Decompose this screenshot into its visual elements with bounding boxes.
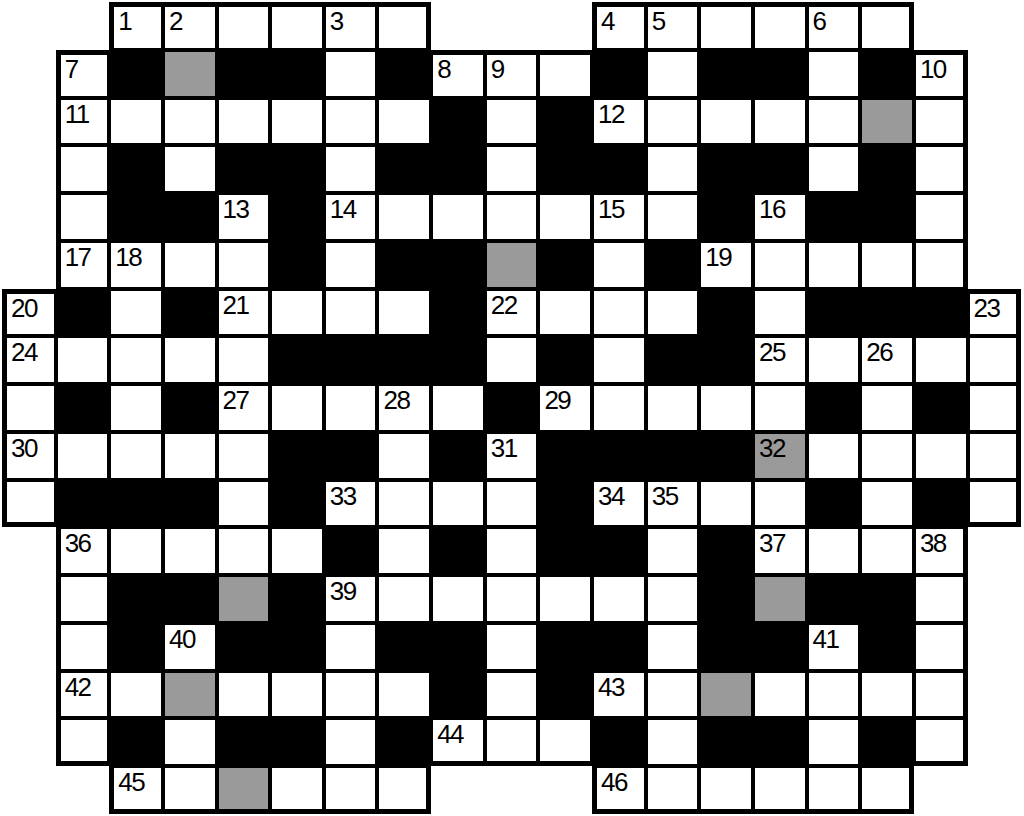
cell-r1c17[interactable]: 10 [914,50,968,98]
clue-number: 38 [920,530,946,557]
cell-r8c10[interactable]: 29 [538,384,592,432]
cell-r11c4[interactable] [217,527,271,575]
cell-r2c14[interactable] [753,98,807,146]
cell-r10c6[interactable]: 33 [324,480,378,528]
cell-r4c12[interactable] [646,193,700,241]
cell-r13c15[interactable]: 41 [807,623,861,671]
cell-r14c2[interactable] [109,671,163,719]
cell-r14c6[interactable] [324,671,378,719]
cell-r10c18[interactable] [968,480,1022,528]
cell-r6c10[interactable] [538,289,592,337]
cell-r12c6[interactable]: 39 [324,575,378,623]
clue-number: 26 [866,339,892,366]
cell-r8c5[interactable] [270,384,324,432]
cell-r8c7[interactable]: 28 [377,384,431,432]
cell-r2c7[interactable] [377,98,431,146]
cell-r2c2[interactable] [109,98,163,146]
cell-r13c12[interactable] [646,623,700,671]
clue-number: 40 [169,626,195,653]
cell-r7c3[interactable] [163,336,217,384]
cell-r8c14[interactable] [753,384,807,432]
cell-r7c18[interactable] [968,336,1022,384]
clue-number: 9 [491,56,504,83]
cell-r10c14[interactable] [753,480,807,528]
cell-r6c17-block [914,289,968,337]
cell-r0c5[interactable] [270,2,324,50]
cell-r2c9[interactable] [485,98,539,146]
cell-r1c11-block [592,50,646,98]
cell-r9c15[interactable] [807,432,861,480]
cell-r8c1-block [56,384,110,432]
cell-r9c8-block [431,432,485,480]
cell-r3c10-block [538,145,592,193]
cell-r16c2[interactable]: 45 [109,766,163,814]
cell-r15c3[interactable] [163,718,217,766]
clue-number: 29 [544,387,570,414]
cell-r2c16-shaded[interactable] [860,98,914,146]
cell-r10c16[interactable] [860,480,914,528]
cell-r11c11-block [592,527,646,575]
cell-r0c6[interactable]: 3 [324,2,378,50]
cell-r4c2-block [109,193,163,241]
cell-r13c1[interactable] [56,623,110,671]
cell-r9c18[interactable] [968,432,1022,480]
cell-r8c2[interactable] [109,384,163,432]
cell-r16c11[interactable]: 46 [592,766,646,814]
cell-r1c8[interactable]: 8 [431,50,485,98]
cell-r6c16-block [860,289,914,337]
cell-r4c16-block [860,193,914,241]
cell-r3c13-block [699,145,753,193]
cell-r9c4[interactable] [217,432,271,480]
crossword-board: 1234567891011121314151617181920212223242… [2,2,1021,814]
clue-number: 39 [330,578,356,605]
cell-r14c4[interactable] [217,671,271,719]
cell-r5c7-block [377,241,431,289]
cell-r3c2-block [109,145,163,193]
clue-number: 31 [491,435,517,462]
cell-r5c3[interactable] [163,241,217,289]
cell-r10c11[interactable]: 34 [592,480,646,528]
cell-r0c11[interactable]: 4 [592,2,646,50]
cell-r4c7[interactable] [377,193,431,241]
cell-r15c14-block [753,718,807,766]
cell-r7c0[interactable]: 24 [2,336,56,384]
cell-r12c15-block [807,575,861,623]
cell-r3c4-block [217,145,271,193]
cell-r3c5-block [270,145,324,193]
cell-r3c15[interactable] [807,145,861,193]
cell-r8c3-block [163,384,217,432]
cell-r7c16[interactable]: 26 [860,336,914,384]
cell-r5c12-block [646,241,700,289]
clue-number: 25 [759,339,785,366]
cell-r13c17[interactable] [914,623,968,671]
cell-r8c4[interactable]: 27 [217,384,271,432]
cell-r15c9[interactable] [485,718,539,766]
cell-r4c8[interactable] [431,193,485,241]
cell-r6c0[interactable]: 20 [2,289,56,337]
cell-r15c11-block [592,718,646,766]
cell-r2c5[interactable] [270,98,324,146]
cell-r16c3[interactable] [163,766,217,814]
cell-r1c9[interactable]: 9 [485,50,539,98]
cell-r14c15[interactable] [807,671,861,719]
cell-r11c16[interactable] [860,527,914,575]
cell-r9c12-block [646,432,700,480]
cell-r6c9[interactable]: 22 [485,289,539,337]
clue-number: 17 [65,244,91,271]
cell-r3c3[interactable] [163,145,217,193]
cell-r11c2[interactable] [109,527,163,575]
cell-r9c13-block [699,432,753,480]
cell-r7c9[interactable] [485,336,539,384]
cell-r1c10[interactable] [538,50,592,98]
cell-r5c5-block [270,241,324,289]
clue-number: 3 [330,8,343,35]
cell-r0c16[interactable] [860,2,914,50]
cell-r13c6[interactable] [324,623,378,671]
cell-r14c10-block [538,671,592,719]
cell-r6c4[interactable]: 21 [217,289,271,337]
cell-r6c5[interactable] [270,289,324,337]
cell-r11c7[interactable] [377,527,431,575]
cell-r15c6[interactable] [324,718,378,766]
cell-r14c9[interactable] [485,671,539,719]
cell-r5c16[interactable] [860,241,914,289]
cell-r14c1[interactable]: 42 [56,671,110,719]
cell-r13c14-block [753,623,807,671]
cell-r12c9[interactable] [485,575,539,623]
cell-r11c15[interactable] [807,527,861,575]
clue-number: 21 [223,292,249,319]
cell-r3c8-block [431,145,485,193]
clue-number: 41 [813,626,839,653]
cell-r7c6-block [324,336,378,384]
cell-r0c3[interactable]: 2 [163,2,217,50]
cell-r16c15[interactable] [807,766,861,814]
cell-r8c0[interactable] [2,384,56,432]
cell-r0c15[interactable]: 6 [807,2,861,50]
cell-r14c11[interactable]: 43 [592,671,646,719]
cell-r1c6[interactable] [324,50,378,98]
clue-number: 12 [598,101,624,128]
cell-r13c11-block [592,623,646,671]
clue-number: 2 [169,8,182,35]
cell-r10c10-block [538,480,592,528]
cell-r6c6[interactable] [324,289,378,337]
clue-number: 15 [598,196,624,223]
cell-r12c14-shaded[interactable] [753,575,807,623]
clue-number: 28 [383,387,409,414]
cell-r3c6[interactable] [324,145,378,193]
cell-r7c10-block [538,336,592,384]
cell-r0c2[interactable]: 1 [109,2,163,50]
cell-r16c6[interactable] [324,766,378,814]
cell-r7c11[interactable] [592,336,646,384]
clue-number: 22 [491,292,517,319]
cell-r12c8[interactable] [431,575,485,623]
cell-r0c13[interactable] [699,2,753,50]
cell-r4c1[interactable] [56,193,110,241]
cell-r7c2[interactable] [109,336,163,384]
cell-r15c2-block [109,718,163,766]
cell-r16c12[interactable] [646,766,700,814]
cell-r12c17[interactable] [914,575,968,623]
cell-r14c7[interactable] [377,671,431,719]
cell-r12c2-block [109,575,163,623]
cell-r13c7-block [377,623,431,671]
cell-r4c6[interactable]: 14 [324,193,378,241]
cell-r4c4[interactable]: 13 [217,193,271,241]
cell-r15c15[interactable] [807,718,861,766]
cell-r0c14[interactable] [753,2,807,50]
cell-r5c15[interactable] [807,241,861,289]
cell-r14c16[interactable] [860,671,914,719]
cell-r7c17[interactable] [914,336,968,384]
cell-r10c0[interactable] [2,480,56,528]
cell-r10c9[interactable] [485,480,539,528]
cell-r15c16-block [860,718,914,766]
cell-r10c15-block [807,480,861,528]
cell-r6c12[interactable] [646,289,700,337]
cell-r11c9[interactable] [485,527,539,575]
cell-r9c16[interactable] [860,432,914,480]
cell-r8c17-block [914,384,968,432]
cell-r11c1[interactable]: 36 [56,527,110,575]
cell-r1c15[interactable] [807,50,861,98]
cell-r6c7[interactable] [377,289,431,337]
cell-r10c12[interactable]: 35 [646,480,700,528]
cell-r10c8[interactable] [431,480,485,528]
cell-r4c15-block [807,193,861,241]
cell-r15c13-block [699,718,753,766]
cell-r11c10-block [538,527,592,575]
cell-r11c3[interactable] [163,527,217,575]
cell-r5c11[interactable] [592,241,646,289]
cell-r10c3-block [163,480,217,528]
clue-number: 19 [705,244,731,271]
cell-r1c13-block [699,50,753,98]
clue-number: 10 [920,56,946,83]
cell-r7c7-block [377,336,431,384]
cell-r10c4[interactable] [217,480,271,528]
cell-r1c12[interactable] [646,50,700,98]
clue-number: 18 [115,244,141,271]
cell-r6c1-block [56,289,110,337]
cell-r11c17[interactable]: 38 [914,527,968,575]
cell-r11c5[interactable] [270,527,324,575]
cell-r5c13[interactable]: 19 [699,241,753,289]
cell-r2c13[interactable] [699,98,753,146]
cell-r7c14[interactable]: 25 [753,336,807,384]
cell-r2c8-block [431,98,485,146]
clue-number: 32 [759,435,785,462]
cell-r4c13-block [699,193,753,241]
cell-r8c6[interactable] [324,384,378,432]
cell-r8c8[interactable] [431,384,485,432]
cell-r14c5[interactable] [270,671,324,719]
cell-r6c3-block [163,289,217,337]
cell-r3c12[interactable] [646,145,700,193]
cell-r2c3[interactable] [163,98,217,146]
cell-r12c7[interactable] [377,575,431,623]
cell-r2c15[interactable] [807,98,861,146]
cell-r13c13-block [699,623,753,671]
cell-r15c7-block [377,718,431,766]
cell-r16c7[interactable] [377,766,431,814]
cell-r3c1[interactable] [56,145,110,193]
clue-number: 13 [223,196,249,223]
cell-r13c10-block [538,623,592,671]
cell-r5c4[interactable] [217,241,271,289]
cell-r9c5-block [270,432,324,480]
cell-r10c7[interactable] [377,480,431,528]
cell-r7c8-block [431,336,485,384]
cell-r7c12-block [646,336,700,384]
cell-r16c14[interactable] [753,766,807,814]
cell-r2c4[interactable] [217,98,271,146]
cell-r2c6[interactable] [324,98,378,146]
cell-r13c4-block [217,623,271,671]
cell-r13c9[interactable] [485,623,539,671]
cell-r5c17[interactable] [914,241,968,289]
cell-r12c4-shaded[interactable] [217,575,271,623]
cell-r15c1[interactable] [56,718,110,766]
cell-r11c12[interactable] [646,527,700,575]
cell-r13c3[interactable]: 40 [163,623,217,671]
cell-r15c12[interactable] [646,718,700,766]
cell-r16c13[interactable] [699,766,753,814]
cell-r16c4-shaded[interactable] [217,766,271,814]
cell-r5c2[interactable]: 18 [109,241,163,289]
cell-r9c3[interactable] [163,432,217,480]
cell-r4c11[interactable]: 15 [592,193,646,241]
cell-r16c16[interactable] [860,766,914,814]
cell-r7c15[interactable] [807,336,861,384]
cell-r11c8-block [431,527,485,575]
cell-r14c13-shaded[interactable] [699,671,753,719]
cell-r12c13-block [699,575,753,623]
cell-r9c2[interactable] [109,432,163,480]
cell-r10c13[interactable] [699,480,753,528]
cell-r15c10[interactable] [538,718,592,766]
cell-r1c3-shaded[interactable] [163,50,217,98]
cell-r8c13[interactable] [699,384,753,432]
clue-number: 44 [437,721,463,748]
cell-r5c9-shaded[interactable] [485,241,539,289]
cell-r14c12[interactable] [646,671,700,719]
cell-r15c17[interactable] [914,718,968,766]
cell-r3c11-block [592,145,646,193]
cell-r2c17[interactable] [914,98,968,146]
cell-r9c9[interactable]: 31 [485,432,539,480]
cell-r4c17[interactable] [914,193,968,241]
cell-r13c8-block [431,623,485,671]
cell-r14c17[interactable] [914,671,968,719]
clue-number: 11 [65,101,89,128]
cell-r5c10-block [538,241,592,289]
cell-r5c14[interactable] [753,241,807,289]
cell-r2c12[interactable] [646,98,700,146]
cell-r9c6-block [324,432,378,480]
cell-r0c7[interactable] [377,2,431,50]
cell-r9c14-shaded[interactable]: 32 [753,432,807,480]
cell-r3c17[interactable] [914,145,968,193]
cell-r7c1[interactable] [56,336,110,384]
cell-r10c17-block [914,480,968,528]
cell-r9c17[interactable] [914,432,968,480]
clue-number: 16 [759,196,785,223]
cell-r7c4[interactable] [217,336,271,384]
cell-r4c14[interactable]: 16 [753,193,807,241]
cell-r8c16[interactable] [860,384,914,432]
cell-r1c4-block [217,50,271,98]
cell-r4c5-block [270,193,324,241]
cell-r4c10[interactable] [538,193,592,241]
clue-number: 30 [11,435,37,462]
cell-r2c1[interactable]: 11 [56,98,110,146]
cell-r15c8[interactable]: 44 [431,718,485,766]
cell-r0c12[interactable]: 5 [646,2,700,50]
cell-r12c12[interactable] [646,575,700,623]
cell-r3c16-block [860,145,914,193]
cell-r1c1[interactable]: 7 [56,50,110,98]
cell-r6c2[interactable] [109,289,163,337]
clue-number: 24 [11,339,37,366]
cell-r6c18[interactable]: 23 [968,289,1022,337]
cell-r14c14[interactable] [753,671,807,719]
cell-r7c5-block [270,336,324,384]
cell-r5c1[interactable]: 17 [56,241,110,289]
cell-r6c15-block [807,289,861,337]
cell-r12c10[interactable] [538,575,592,623]
clue-number: 23 [974,295,1000,322]
cell-r2c11[interactable]: 12 [592,98,646,146]
cell-r0c4[interactable] [217,2,271,50]
clue-number: 33 [330,483,356,510]
cell-r11c14[interactable]: 37 [753,527,807,575]
cell-r12c1[interactable] [56,575,110,623]
cell-r9c0[interactable]: 30 [2,432,56,480]
clue-number: 8 [437,56,450,83]
clue-number: 43 [598,674,624,701]
cell-r8c18[interactable] [968,384,1022,432]
cell-r11c13-block [699,527,753,575]
cell-r1c14-block [753,50,807,98]
cell-r16c5[interactable] [270,766,324,814]
cell-r2c10-block [538,98,592,146]
cell-r6c11[interactable] [592,289,646,337]
cell-r8c11[interactable] [592,384,646,432]
cell-r3c9[interactable] [485,145,539,193]
cell-r1c2-block [109,50,163,98]
cell-r8c12[interactable] [646,384,700,432]
cell-r14c3-shaded[interactable] [163,671,217,719]
cell-r9c1[interactable] [56,432,110,480]
cell-r10c5-block [270,480,324,528]
cell-r5c6[interactable] [324,241,378,289]
cell-r11c6-block [324,527,378,575]
clue-number: 14 [330,196,356,223]
cell-r4c9[interactable] [485,193,539,241]
clue-number: 5 [652,8,665,35]
cell-r12c11[interactable] [592,575,646,623]
cell-r9c7[interactable] [377,432,431,480]
cell-r3c7-block [377,145,431,193]
cell-r15c4-block [217,718,271,766]
cell-r6c14[interactable] [753,289,807,337]
